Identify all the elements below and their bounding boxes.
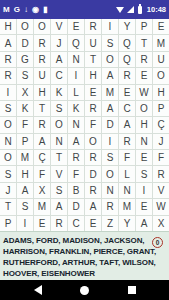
- grid-cell-r4c3[interactable]: U: [34, 68, 50, 83]
- grid-cell-r10c2[interactable]: H: [17, 166, 33, 181]
- grid-cell-r8c8[interactable]: R: [119, 134, 135, 149]
- status-clock: 10:48: [147, 5, 166, 14]
- grid-cell-r6c3[interactable]: T: [34, 101, 50, 116]
- grid-cell-r2c1[interactable]: A: [0, 35, 16, 50]
- back-icon: [34, 285, 42, 295]
- record-icon: ◉: [32, 6, 39, 14]
- recents-button[interactable]: [108, 286, 155, 294]
- grid-cell-r10c3[interactable]: F: [34, 166, 50, 181]
- grid-cell-r1c10[interactable]: E: [153, 19, 169, 34]
- notification-icons: M G ↓ ◉ ▮: [3, 6, 47, 14]
- grid-cell-r2c2[interactable]: D: [17, 35, 33, 50]
- grid-cell-r4c8[interactable]: R: [119, 68, 135, 83]
- grid-cell-r8c9[interactable]: N: [136, 134, 152, 149]
- grid-cell-r11c10[interactable]: V: [153, 183, 169, 198]
- gmail-notification-icon: M: [3, 6, 10, 14]
- grid-cell-r7c7[interactable]: D: [102, 117, 118, 132]
- grid-cell-r6c2[interactable]: K: [17, 101, 33, 116]
- grid-cell-r9c8[interactable]: F: [119, 150, 135, 165]
- grid-cell-r5c9[interactable]: W: [136, 85, 152, 100]
- android-status-bar: M G ↓ ◉ ▮ 10:48: [0, 0, 169, 19]
- grid-cell-r5c4[interactable]: K: [51, 85, 67, 100]
- grid-cell-r5c5[interactable]: L: [68, 85, 84, 100]
- grid-cell-r1c1[interactable]: H: [0, 19, 16, 34]
- grid-cell-r2c5[interactable]: Q: [68, 35, 84, 50]
- word-list-line: HOOVER, EISENHOWER: [3, 268, 155, 279]
- grid-cell-r12c6[interactable]: A: [85, 199, 101, 214]
- found-words-counter-badge: 0: [152, 237, 163, 248]
- home-button[interactable]: [61, 286, 108, 295]
- word-search-app-screen: M G ↓ ◉ ▮ 10:48 HOOVERIYPEADRJQUSQTMRGRA…: [0, 0, 169, 300]
- back-button[interactable]: [14, 285, 61, 295]
- grid-cell-r6c9[interactable]: O: [136, 101, 152, 116]
- grid-cell-r10c10[interactable]: R: [153, 166, 169, 181]
- grid-cell-r9c2[interactable]: M: [17, 150, 33, 165]
- grid-cell-r3c10[interactable]: U: [153, 52, 169, 67]
- grid-cell-r11c3[interactable]: X: [34, 183, 50, 198]
- grid-cell-r4c1[interactable]: R: [0, 68, 16, 83]
- word-list-line: RUTHERFORD, ARTHUR, TAFT, WILSON,: [3, 257, 155, 268]
- grid-cell-r13c2[interactable]: I: [17, 216, 33, 231]
- grid-cell-r8c3[interactable]: A: [34, 134, 50, 149]
- grid-cell-r5c10[interactable]: H: [153, 85, 169, 100]
- grid-cell-r3c6[interactable]: T: [85, 52, 101, 67]
- recents-icon: [128, 286, 136, 294]
- grid-cell-r3c5[interactable]: N: [68, 52, 84, 67]
- grid-cell-r3c1[interactable]: R: [0, 52, 16, 67]
- word-list-panel: ADAMS, FORD, MADISON, JACKSON, HARRISON,…: [0, 231, 169, 280]
- grid-cell-r3c7[interactable]: O: [102, 52, 118, 67]
- grid-cell-r3c4[interactable]: A: [51, 52, 67, 67]
- grid-cell-r13c6[interactable]: E: [85, 216, 101, 231]
- grid-cell-r10c4[interactable]: V: [51, 166, 67, 181]
- word-list-line: HARRISON, FRANKLIN, PIERCE, GRANT,: [3, 246, 155, 257]
- grid-cell-r5c2[interactable]: X: [17, 85, 33, 100]
- android-nav-bar: [0, 280, 169, 300]
- grid-cell-r12c10[interactable]: W: [153, 199, 169, 214]
- grid-cell-r1c5[interactable]: E: [68, 19, 84, 34]
- grid-cell-r11c1[interactable]: J: [0, 183, 16, 198]
- grid-cell-r1c8[interactable]: Y: [119, 19, 135, 34]
- grid-cell-r10c7[interactable]: O: [102, 166, 118, 181]
- grid-cell-r8c1[interactable]: N: [0, 134, 16, 149]
- grid-cell-r8c2[interactable]: P: [17, 134, 33, 149]
- grid-cell-r13c9[interactable]: A: [136, 216, 152, 231]
- grid-cell-r3c2[interactable]: G: [17, 52, 33, 67]
- grid-cell-r9c5[interactable]: R: [68, 150, 84, 165]
- grid-cell-r7c3[interactable]: R: [34, 117, 50, 132]
- grid-cell-r9c7[interactable]: S: [102, 150, 118, 165]
- grid-cell-r12c9[interactable]: E: [136, 199, 152, 214]
- grid-cell-r5c8[interactable]: E: [119, 85, 135, 100]
- grid-cell-r9c4[interactable]: T: [51, 150, 67, 165]
- grid-cell-r4c10[interactable]: O: [153, 68, 169, 83]
- word-grid[interactable]: HOOVERIYPEADRJQUSQTMRGRANTOQRURSUCIHAREO…: [0, 19, 169, 231]
- grid-cell-r10c1[interactable]: S: [0, 166, 16, 181]
- grid-cell-r8c4[interactable]: N: [51, 134, 67, 149]
- grid-cell-r1c3[interactable]: O: [34, 19, 50, 34]
- grid-cell-r3c9[interactable]: R: [136, 52, 152, 67]
- grid-cell-r1c9[interactable]: P: [136, 19, 152, 34]
- file-icon: ▮: [43, 6, 47, 14]
- grid-cell-r1c2[interactable]: O: [17, 19, 33, 34]
- word-list-line: ADAMS, FORD, MADISON, JACKSON,: [3, 235, 155, 246]
- grid-cell-r13c1[interactable]: P: [0, 216, 16, 231]
- grid-cell-r6c5[interactable]: K: [68, 101, 84, 116]
- google-notification-icon: G: [14, 6, 20, 14]
- grid-cell-r11c4[interactable]: S: [51, 183, 67, 198]
- grid-cell-r8c7[interactable]: I: [102, 134, 118, 149]
- grid-cell-r10c8[interactable]: L: [119, 166, 135, 181]
- grid-cell-r10c6[interactable]: D: [85, 166, 101, 181]
- grid-cell-r9c1[interactable]: O: [0, 150, 16, 165]
- grid-cell-r2c7[interactable]: S: [102, 35, 118, 50]
- grid-cell-r5c3[interactable]: H: [34, 85, 50, 100]
- grid-cell-r12c3[interactable]: M: [34, 199, 50, 214]
- grid-cell-r12c4[interactable]: A: [51, 199, 67, 214]
- grid-cell-r13c5[interactable]: C: [68, 216, 84, 231]
- grid-cell-r6c10[interactable]: P: [153, 101, 169, 116]
- grid-cell-r12c5[interactable]: D: [68, 199, 84, 214]
- grid-cell-r13c3[interactable]: E: [34, 216, 50, 231]
- grid-cell-r12c1[interactable]: T: [0, 199, 16, 214]
- grid-cell-r11c9[interactable]: I: [136, 183, 152, 198]
- grid-cell-r10c9[interactable]: S: [136, 166, 152, 181]
- grid-cell-r5c1[interactable]: I: [0, 85, 16, 100]
- grid-cell-r4c7[interactable]: A: [102, 68, 118, 83]
- grid-cell-r2c8[interactable]: Q: [119, 35, 135, 50]
- grid-cell-r11c7[interactable]: N: [102, 183, 118, 198]
- grid-cell-r5c7[interactable]: M: [102, 85, 118, 100]
- grid-cell-r2c10[interactable]: M: [153, 35, 169, 50]
- grid-cell-r11c2[interactable]: A: [17, 183, 33, 198]
- grid-cell-r5c6[interactable]: E: [85, 85, 101, 100]
- grid-cell-r7c5[interactable]: N: [68, 117, 84, 132]
- grid-cell-r8c5[interactable]: A: [68, 134, 84, 149]
- grid-cell-r8c6[interactable]: O: [85, 134, 101, 149]
- grid-cell-r2c3[interactable]: R: [34, 35, 50, 50]
- grid-cell-r8c10[interactable]: J: [153, 134, 169, 149]
- grid-cell-r6c7[interactable]: A: [102, 101, 118, 116]
- grid-cell-r2c6[interactable]: U: [85, 35, 101, 50]
- grid-cell-r2c4[interactable]: J: [51, 35, 67, 50]
- grid-cell-r7c1[interactable]: O: [0, 117, 16, 132]
- status-indicators: 10:48: [116, 5, 166, 14]
- grid-cell-r9c9[interactable]: E: [136, 150, 152, 165]
- download-icon: ↓: [24, 6, 28, 14]
- grid-cell-r1c4[interactable]: V: [51, 19, 67, 34]
- grid-cell-r7c6[interactable]: F: [85, 117, 101, 132]
- grid-cell-r4c6[interactable]: H: [85, 68, 101, 83]
- grid-cell-r11c6[interactable]: R: [85, 183, 101, 198]
- grid-cell-r11c8[interactable]: N: [119, 183, 135, 198]
- grid-cell-r4c2[interactable]: S: [17, 68, 33, 83]
- grid-cell-r13c8[interactable]: Y: [119, 216, 135, 231]
- grid-cell-r12c8[interactable]: M: [119, 199, 135, 214]
- grid-cell-r13c4[interactable]: R: [51, 216, 67, 231]
- grid-cell-r3c8[interactable]: Q: [119, 52, 135, 67]
- home-icon: [80, 286, 89, 295]
- grid-cell-r13c7[interactable]: Z: [102, 216, 118, 231]
- grid-cell-r1c6[interactable]: R: [85, 19, 101, 34]
- grid-cell-r7c8[interactable]: A: [119, 117, 135, 132]
- grid-cell-r12c7[interactable]: R: [102, 199, 118, 214]
- battery-icon: [138, 6, 142, 14]
- grid-cell-r7c10[interactable]: Ç: [153, 117, 169, 132]
- wifi-icon: [116, 7, 124, 13]
- grid-cell-r6c1[interactable]: S: [0, 101, 16, 116]
- grid-cell-r7c2[interactable]: F: [17, 117, 33, 132]
- grid-cell-r7c9[interactable]: H: [136, 117, 152, 132]
- grid-cell-r13c10[interactable]: X: [153, 216, 169, 231]
- grid-cell-r9c3[interactable]: Ç: [34, 150, 50, 165]
- grid-cell-r10c5[interactable]: F: [68, 166, 84, 181]
- grid-cell-r7c4[interactable]: O: [51, 117, 67, 132]
- grid-cell-r1c7[interactable]: I: [102, 19, 118, 34]
- grid-cell-r4c5[interactable]: I: [68, 68, 84, 83]
- grid-cell-r11c5[interactable]: B: [68, 183, 84, 198]
- grid-cell-r2c9[interactable]: T: [136, 35, 152, 50]
- grid-cell-r12c2[interactable]: S: [17, 199, 33, 214]
- grid-cell-r4c4[interactable]: C: [51, 68, 67, 83]
- grid-cell-r6c6[interactable]: R: [85, 101, 101, 116]
- grid-cell-r6c4[interactable]: S: [51, 101, 67, 116]
- grid-cell-r4c9[interactable]: E: [136, 68, 152, 83]
- grid-cell-r9c10[interactable]: F: [153, 150, 169, 165]
- grid-cell-r3c3[interactable]: R: [34, 52, 50, 67]
- grid-cell-r9c6[interactable]: R: [85, 150, 101, 165]
- cell-signal-icon: [127, 6, 134, 13]
- grid-cell-r6c8[interactable]: C: [119, 101, 135, 116]
